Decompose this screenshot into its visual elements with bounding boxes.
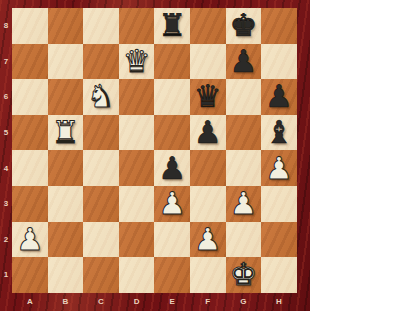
square-g8[interactable]: ♚ xyxy=(226,8,262,44)
rank-labels: 87654321 xyxy=(0,8,12,293)
square-e1[interactable] xyxy=(154,257,190,293)
piece-white-king-g1[interactable]: ♚ xyxy=(229,259,257,290)
square-f7[interactable] xyxy=(190,44,226,80)
square-c4[interactable] xyxy=(83,150,119,186)
piece-white-rook-b5[interactable]: ♜ xyxy=(51,117,79,148)
rank-label-3: 3 xyxy=(0,186,12,222)
square-b6[interactable] xyxy=(48,79,84,115)
square-h6[interactable]: ♟ xyxy=(261,79,297,115)
piece-black-pawn-h6[interactable]: ♟ xyxy=(265,81,293,112)
square-c8[interactable] xyxy=(83,8,119,44)
square-h5[interactable]: ♝ xyxy=(261,115,297,151)
square-d5[interactable] xyxy=(119,115,155,151)
square-e4[interactable]: ♟ xyxy=(154,150,190,186)
square-d2[interactable] xyxy=(119,222,155,258)
square-b1[interactable] xyxy=(48,257,84,293)
square-h8[interactable] xyxy=(261,8,297,44)
square-g1[interactable]: ♚ xyxy=(226,257,262,293)
square-a2[interactable]: ♟ xyxy=(12,222,48,258)
rank-label-1: 1 xyxy=(0,257,12,293)
piece-black-king-g8[interactable]: ♚ xyxy=(229,10,257,41)
square-b2[interactable] xyxy=(48,222,84,258)
file-label-g: G xyxy=(226,293,262,311)
square-a5[interactable] xyxy=(12,115,48,151)
square-h7[interactable] xyxy=(261,44,297,80)
square-g6[interactable] xyxy=(226,79,262,115)
square-g4[interactable] xyxy=(226,150,262,186)
rank-label-4: 4 xyxy=(0,150,12,186)
rank-label-5: 5 xyxy=(0,115,12,151)
file-label-e: E xyxy=(154,293,190,311)
square-e8[interactable]: ♜ xyxy=(154,8,190,44)
square-e2[interactable] xyxy=(154,222,190,258)
square-g7[interactable]: ♟ xyxy=(226,44,262,80)
file-label-h: H xyxy=(261,293,297,311)
file-label-d: D xyxy=(119,293,155,311)
square-c3[interactable] xyxy=(83,186,119,222)
square-e6[interactable] xyxy=(154,79,190,115)
piece-black-rook-e8[interactable]: ♜ xyxy=(158,10,186,41)
square-a4[interactable] xyxy=(12,150,48,186)
square-a1[interactable] xyxy=(12,257,48,293)
square-c1[interactable] xyxy=(83,257,119,293)
square-c5[interactable] xyxy=(83,115,119,151)
square-f3[interactable] xyxy=(190,186,226,222)
square-h2[interactable] xyxy=(261,222,297,258)
piece-white-knight-c6[interactable]: ♞ xyxy=(87,81,115,112)
rank-label-7: 7 xyxy=(0,44,12,80)
square-f2[interactable]: ♟ xyxy=(190,222,226,258)
rank-label-6: 6 xyxy=(0,79,12,115)
square-e3[interactable]: ♟ xyxy=(154,186,190,222)
piece-black-pawn-e4[interactable]: ♟ xyxy=(158,153,186,184)
piece-white-queen-d7[interactable]: ♛ xyxy=(123,46,151,77)
square-e5[interactable] xyxy=(154,115,190,151)
rank-label-2: 2 xyxy=(0,222,12,258)
square-b7[interactable] xyxy=(48,44,84,80)
square-d4[interactable] xyxy=(119,150,155,186)
square-h4[interactable]: ♟ xyxy=(261,150,297,186)
square-f1[interactable] xyxy=(190,257,226,293)
square-f6[interactable]: ♛ xyxy=(190,79,226,115)
square-b8[interactable] xyxy=(48,8,84,44)
file-label-c: C xyxy=(83,293,119,311)
file-label-a: A xyxy=(12,293,48,311)
square-b4[interactable] xyxy=(48,150,84,186)
piece-white-pawn-f2[interactable]: ♟ xyxy=(194,224,222,255)
chessboard-frame: 87654321 ♜♚♛♟♞♛♟♜♟♝♟♟♟♟♟♟♚ ABCDEFGH xyxy=(0,0,310,311)
piece-black-bishop-h5[interactable]: ♝ xyxy=(265,117,293,148)
square-f5[interactable]: ♟ xyxy=(190,115,226,151)
square-a6[interactable] xyxy=(12,79,48,115)
square-d1[interactable] xyxy=(119,257,155,293)
square-c6[interactable]: ♞ xyxy=(83,79,119,115)
square-c7[interactable] xyxy=(83,44,119,80)
piece-white-pawn-a2[interactable]: ♟ xyxy=(16,224,44,255)
square-e7[interactable] xyxy=(154,44,190,80)
square-h3[interactable] xyxy=(261,186,297,222)
piece-black-queen-f6[interactable]: ♛ xyxy=(194,81,222,112)
square-c2[interactable] xyxy=(83,222,119,258)
square-d3[interactable] xyxy=(119,186,155,222)
file-labels: ABCDEFGH xyxy=(12,293,297,311)
square-h1[interactable] xyxy=(261,257,297,293)
square-a8[interactable] xyxy=(12,8,48,44)
page: 87654321 ♜♚♛♟♞♛♟♜♟♝♟♟♟♟♟♟♚ ABCDEFGH xyxy=(0,0,414,311)
square-g3[interactable]: ♟ xyxy=(226,186,262,222)
square-a7[interactable] xyxy=(12,44,48,80)
square-d8[interactable] xyxy=(119,8,155,44)
piece-white-pawn-h4[interactable]: ♟ xyxy=(265,153,293,184)
square-f4[interactable] xyxy=(190,150,226,186)
piece-black-pawn-f5[interactable]: ♟ xyxy=(194,117,222,148)
piece-white-pawn-g3[interactable]: ♟ xyxy=(229,188,257,219)
piece-black-pawn-g7[interactable]: ♟ xyxy=(229,46,257,77)
square-g5[interactable] xyxy=(226,115,262,151)
piece-white-pawn-e3[interactable]: ♟ xyxy=(158,188,186,219)
square-f8[interactable] xyxy=(190,8,226,44)
square-d6[interactable] xyxy=(119,79,155,115)
file-label-f: F xyxy=(190,293,226,311)
rank-label-8: 8 xyxy=(0,8,12,44)
chessboard: ♜♚♛♟♞♛♟♜♟♝♟♟♟♟♟♟♚ xyxy=(12,8,297,293)
square-b5[interactable]: ♜ xyxy=(48,115,84,151)
file-label-b: B xyxy=(48,293,84,311)
square-a3[interactable] xyxy=(12,186,48,222)
square-b3[interactable] xyxy=(48,186,84,222)
square-d7[interactable]: ♛ xyxy=(119,44,155,80)
square-g2[interactable] xyxy=(226,222,262,258)
